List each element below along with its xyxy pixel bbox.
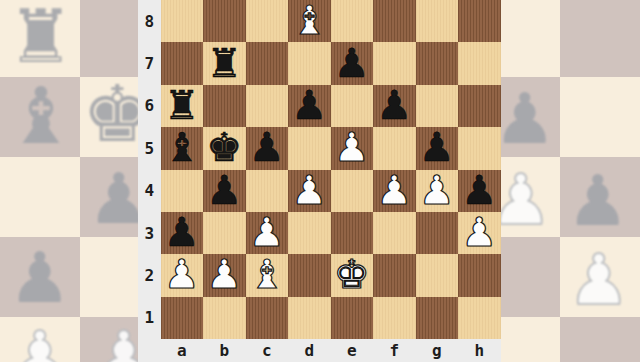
chess-diagram-stage: ♜♝♚♟♟♟♟♟♟♟♟ 87654321 abcdefgh ♝♜♟♜♟♟♝♚♟♟… — [0, 0, 640, 362]
piece-black-pawn[interactable]: ♟ — [376, 85, 412, 125]
square-h3[interactable]: ♟ — [458, 212, 501, 254]
piece-black-pawn[interactable]: ♟ — [291, 85, 327, 125]
piece-white-pawn[interactable]: ♟ — [206, 254, 242, 294]
file-label-e: e — [331, 339, 374, 362]
file-label-h: h — [458, 339, 501, 362]
square-b4[interactable]: ♟ — [203, 170, 246, 212]
square-c3[interactable]: ♟ — [246, 212, 289, 254]
file-label-g: g — [416, 339, 459, 362]
piece-black-pawn[interactable]: ♟ — [164, 212, 200, 252]
square-c6[interactable] — [246, 85, 289, 127]
square-h8[interactable] — [458, 0, 501, 42]
square-f2[interactable] — [373, 254, 416, 296]
square-d8[interactable]: ♝ — [288, 0, 331, 42]
square-f4[interactable]: ♟ — [373, 170, 416, 212]
square-c8[interactable] — [246, 0, 289, 42]
background-gray-pawn-icon: ♟ — [9, 243, 72, 313]
square-h2[interactable] — [458, 254, 501, 296]
background-white-pawn-icon: ♟ — [9, 322, 72, 362]
square-g7[interactable] — [416, 42, 459, 84]
square-a8[interactable] — [161, 0, 204, 42]
square-h6[interactable] — [458, 85, 501, 127]
chess-board: ♝♜♟♜♟♟♝♚♟♟♟♟♟♟♟♟♟♟♟♟♟♝♚ — [161, 0, 501, 339]
square-b5[interactable]: ♚ — [203, 127, 246, 169]
piece-white-pawn[interactable]: ♟ — [249, 212, 285, 252]
square-h1[interactable] — [458, 297, 501, 339]
square-f1[interactable] — [373, 297, 416, 339]
square-a5[interactable]: ♝ — [161, 127, 204, 169]
piece-white-pawn[interactable]: ♟ — [376, 170, 412, 210]
piece-black-king[interactable]: ♚ — [206, 127, 242, 167]
square-g2[interactable] — [416, 254, 459, 296]
piece-white-pawn[interactable]: ♟ — [164, 254, 200, 294]
square-e6[interactable] — [331, 85, 374, 127]
file-coordinates-strip: abcdefgh — [161, 339, 501, 362]
rank-label-2: 2 — [138, 254, 161, 296]
square-a2[interactable]: ♟ — [161, 254, 204, 296]
background-gray-pawn-icon: ♟ — [494, 84, 557, 154]
rank-label-1: 1 — [138, 297, 161, 339]
square-f6[interactable]: ♟ — [373, 85, 416, 127]
piece-white-pawn[interactable]: ♟ — [419, 170, 455, 210]
background-gray-pawn-icon: ♟ — [567, 166, 630, 236]
square-d7[interactable] — [288, 42, 331, 84]
square-f8[interactable] — [373, 0, 416, 42]
piece-black-pawn[interactable]: ♟ — [249, 127, 285, 167]
square-e5[interactable]: ♟ — [331, 127, 374, 169]
piece-black-bishop[interactable]: ♝ — [164, 127, 200, 167]
file-label-b: b — [203, 339, 246, 362]
rank-label-6: 6 — [138, 85, 161, 127]
background-gray-rook-icon: ♜ — [8, 0, 74, 73]
square-b1[interactable] — [203, 297, 246, 339]
file-label-f: f — [373, 339, 416, 362]
square-e8[interactable] — [331, 0, 374, 42]
square-a4[interactable] — [161, 170, 204, 212]
square-a3[interactable]: ♟ — [161, 212, 204, 254]
file-label-c: c — [246, 339, 289, 362]
square-d2[interactable] — [288, 254, 331, 296]
background-gray-bishop-icon: ♝ — [6, 77, 76, 155]
rank-label-7: 7 — [138, 42, 161, 84]
square-e4[interactable] — [331, 170, 374, 212]
square-e1[interactable] — [331, 297, 374, 339]
square-g5[interactable]: ♟ — [416, 127, 459, 169]
file-label-d: d — [288, 339, 331, 362]
square-h5[interactable] — [458, 127, 501, 169]
square-b7[interactable]: ♜ — [203, 42, 246, 84]
rank-label-5: 5 — [138, 127, 161, 169]
square-c7[interactable] — [246, 42, 289, 84]
square-f7[interactable] — [373, 42, 416, 84]
piece-black-rook[interactable]: ♜ — [206, 43, 242, 83]
square-c5[interactable]: ♟ — [246, 127, 289, 169]
square-d5[interactable] — [288, 127, 331, 169]
square-g1[interactable] — [416, 297, 459, 339]
square-c1[interactable] — [246, 297, 289, 339]
square-b8[interactable] — [203, 0, 246, 42]
square-b3[interactable] — [203, 212, 246, 254]
square-d3[interactable] — [288, 212, 331, 254]
piece-white-pawn[interactable]: ♟ — [334, 127, 370, 167]
rank-label-4: 4 — [138, 170, 161, 212]
piece-white-bishop[interactable]: ♝ — [249, 254, 285, 294]
rank-label-8: 8 — [138, 0, 161, 42]
background-white-pawn-icon: ♟ — [568, 245, 631, 315]
rank-label-3: 3 — [138, 212, 161, 254]
square-f5[interactable] — [373, 127, 416, 169]
square-a6[interactable]: ♜ — [161, 85, 204, 127]
rank-coordinates-strip: 87654321 — [138, 0, 161, 362]
square-f3[interactable] — [373, 212, 416, 254]
square-g6[interactable] — [416, 85, 459, 127]
piece-black-pawn[interactable]: ♟ — [419, 127, 455, 167]
square-e2[interactable]: ♚ — [331, 254, 374, 296]
piece-white-pawn[interactable]: ♟ — [461, 212, 497, 252]
piece-black-pawn[interactable]: ♟ — [334, 43, 370, 83]
square-e3[interactable] — [331, 212, 374, 254]
square-a7[interactable] — [161, 42, 204, 84]
square-g8[interactable] — [416, 0, 459, 42]
square-g4[interactable]: ♟ — [416, 170, 459, 212]
square-a1[interactable] — [161, 297, 204, 339]
piece-white-king[interactable]: ♚ — [334, 254, 370, 294]
square-d6[interactable]: ♟ — [288, 85, 331, 127]
square-c2[interactable]: ♝ — [246, 254, 289, 296]
square-e7[interactable]: ♟ — [331, 42, 374, 84]
file-label-a: a — [161, 339, 204, 362]
square-d1[interactable] — [288, 297, 331, 339]
piece-white-bishop[interactable]: ♝ — [291, 0, 327, 40]
square-b2[interactable]: ♟ — [203, 254, 246, 296]
square-h7[interactable] — [458, 42, 501, 84]
square-g3[interactable] — [416, 212, 459, 254]
piece-black-pawn[interactable]: ♟ — [461, 170, 497, 210]
piece-black-pawn[interactable]: ♟ — [206, 170, 242, 210]
square-d4[interactable]: ♟ — [288, 170, 331, 212]
piece-white-pawn[interactable]: ♟ — [291, 170, 327, 210]
square-c4[interactable] — [246, 170, 289, 212]
piece-black-rook[interactable]: ♜ — [164, 85, 200, 125]
square-h4[interactable]: ♟ — [458, 170, 501, 212]
square-b6[interactable] — [203, 85, 246, 127]
